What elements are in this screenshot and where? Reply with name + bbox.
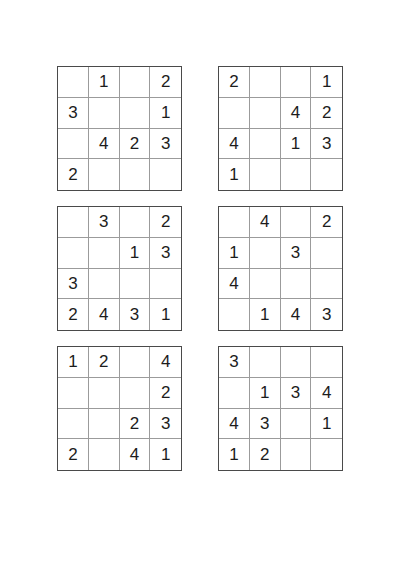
given-cell: 3: [58, 269, 89, 300]
empty-cell: [120, 67, 151, 98]
empty-cell: [281, 439, 312, 470]
empty-cell: [250, 98, 281, 129]
given-cell: 4: [219, 269, 250, 300]
given-cell: 1: [250, 299, 281, 330]
empty-cell: [250, 238, 281, 269]
empty-cell: [219, 98, 250, 129]
empty-cell: [311, 159, 342, 190]
empty-cell: [58, 129, 89, 160]
given-cell: 3: [58, 98, 89, 129]
empty-cell: [58, 207, 89, 238]
given-cell: 4: [219, 409, 250, 440]
given-cell: 1: [150, 98, 181, 129]
empty-cell: [58, 67, 89, 98]
empty-cell: [250, 269, 281, 300]
worksheet-page: 12314232 21424131 321332431 42134143 124…: [57, 66, 343, 471]
given-cell: 3: [281, 378, 312, 409]
given-cell: 4: [281, 98, 312, 129]
empty-cell: [311, 439, 342, 470]
empty-cell: [89, 159, 120, 190]
given-cell: 3: [150, 129, 181, 160]
given-cell: 1: [58, 347, 89, 378]
given-cell: 3: [150, 409, 181, 440]
given-cell: 1: [120, 238, 151, 269]
given-cell: 2: [120, 129, 151, 160]
empty-cell: [120, 269, 151, 300]
empty-cell: [219, 378, 250, 409]
empty-cell: [250, 129, 281, 160]
given-cell: 3: [120, 299, 151, 330]
sudoku-grid-3: 321332431: [57, 206, 182, 331]
empty-cell: [89, 439, 120, 470]
given-cell: 4: [89, 299, 120, 330]
given-cell: 2: [311, 207, 342, 238]
given-cell: 2: [58, 439, 89, 470]
empty-cell: [150, 159, 181, 190]
given-cell: 4: [120, 439, 151, 470]
empty-cell: [311, 269, 342, 300]
empty-cell: [58, 378, 89, 409]
empty-cell: [89, 238, 120, 269]
empty-cell: [250, 347, 281, 378]
given-cell: 1: [311, 67, 342, 98]
given-cell: 2: [58, 159, 89, 190]
given-cell: 3: [89, 207, 120, 238]
empty-cell: [281, 207, 312, 238]
given-cell: 2: [150, 67, 181, 98]
given-cell: 1: [219, 159, 250, 190]
empty-cell: [58, 238, 89, 269]
empty-cell: [89, 269, 120, 300]
given-cell: 2: [311, 98, 342, 129]
empty-cell: [120, 207, 151, 238]
sudoku-grid-1: 12314232: [57, 66, 182, 191]
empty-cell: [89, 98, 120, 129]
empty-cell: [281, 67, 312, 98]
empty-cell: [281, 347, 312, 378]
given-cell: 2: [150, 207, 181, 238]
given-cell: 3: [311, 129, 342, 160]
given-cell: 4: [311, 378, 342, 409]
given-cell: 2: [219, 67, 250, 98]
empty-cell: [219, 207, 250, 238]
given-cell: 4: [250, 207, 281, 238]
given-cell: 2: [250, 439, 281, 470]
given-cell: 1: [89, 67, 120, 98]
given-cell: 4: [219, 129, 250, 160]
empty-cell: [120, 159, 151, 190]
given-cell: 1: [281, 129, 312, 160]
empty-cell: [120, 347, 151, 378]
given-cell: 2: [58, 299, 89, 330]
empty-cell: [120, 98, 151, 129]
empty-cell: [120, 378, 151, 409]
given-cell: 1: [250, 378, 281, 409]
given-cell: 1: [150, 299, 181, 330]
given-cell: 1: [311, 409, 342, 440]
given-cell: 1: [219, 439, 250, 470]
given-cell: 1: [219, 238, 250, 269]
empty-cell: [311, 347, 342, 378]
given-cell: 2: [120, 409, 151, 440]
empty-cell: [89, 409, 120, 440]
empty-cell: [311, 238, 342, 269]
given-cell: 2: [89, 347, 120, 378]
given-cell: 3: [250, 409, 281, 440]
given-cell: 4: [281, 299, 312, 330]
sudoku-grid-6: 313443112: [218, 346, 343, 471]
given-cell: 3: [281, 238, 312, 269]
empty-cell: [281, 269, 312, 300]
sudoku-grid-4: 42134143: [218, 206, 343, 331]
empty-cell: [58, 409, 89, 440]
sudoku-grid-5: 124223241: [57, 346, 182, 471]
empty-cell: [89, 378, 120, 409]
given-cell: 4: [89, 129, 120, 160]
given-cell: 3: [150, 238, 181, 269]
empty-cell: [281, 159, 312, 190]
empty-cell: [250, 67, 281, 98]
given-cell: 1: [150, 439, 181, 470]
given-cell: 3: [311, 299, 342, 330]
empty-cell: [250, 159, 281, 190]
empty-cell: [219, 299, 250, 330]
given-cell: 4: [150, 347, 181, 378]
given-cell: 2: [150, 378, 181, 409]
sudoku-grid-2: 21424131: [218, 66, 343, 191]
empty-cell: [281, 409, 312, 440]
empty-cell: [150, 269, 181, 300]
given-cell: 3: [219, 347, 250, 378]
